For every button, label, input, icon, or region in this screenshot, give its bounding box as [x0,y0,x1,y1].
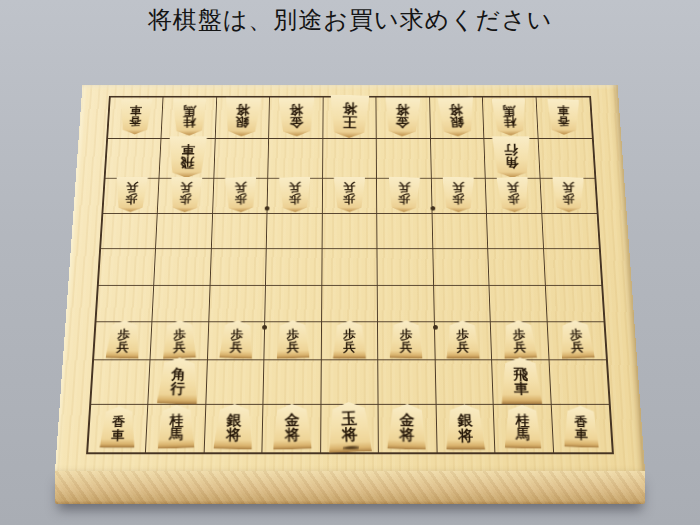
board-cell [155,249,212,285]
board-cell: 歩兵 [540,179,597,214]
board-cell [322,214,377,250]
board-cell [99,249,157,285]
piece-sente-pawn: 歩兵 [163,320,196,359]
board-cell [377,139,432,179]
board-cell [101,214,158,250]
board-cell: 銀将 [216,98,271,139]
star-point [433,325,438,330]
piece-gote-pawn: 歩兵 [443,176,475,212]
board-cell: 歩兵 [431,179,487,214]
piece-kanji: 歩兵 [388,176,420,212]
piece-sente-silver: 銀将 [213,404,254,450]
board-cell: 飛車 [160,139,216,179]
piece-kanji: 歩兵 [163,320,196,359]
board-cell: 金将 [379,405,438,452]
board-cell [433,249,490,285]
board-cell [153,286,211,323]
piece-sente-pawn: 歩兵 [502,320,538,359]
board-cell: 歩兵 [323,179,378,214]
piece-kanji: 歩兵 [446,321,480,359]
piece-kanji: 歩兵 [496,176,530,212]
board-cell [323,139,377,179]
piece-kanji: 香車 [564,406,600,449]
piece-sente-gold: 金将 [272,404,311,451]
piece-kanji: 歩兵 [114,177,148,212]
board-cell: 香車 [551,405,612,452]
board-cell [106,139,162,179]
board-surface: 香車桂馬銀将金将王将金将銀将桂馬香車飛車角行歩兵歩兵歩兵歩兵歩兵歩兵歩兵歩兵歩兵… [55,85,645,471]
piece-kanji: 銀将 [223,97,261,137]
piece-gote-pawn: 歩兵 [224,176,256,212]
board-cell: 角行 [149,360,208,405]
piece-gote-gold: 金将 [278,97,314,137]
board-cell: 香車 [536,98,592,139]
board-cell [545,286,603,323]
board-cell: 香車 [108,98,164,139]
board-cell [377,214,433,250]
piece-kanji: 香車 [547,98,580,134]
piece-sente-gold: 金将 [388,404,427,451]
piece-kanji: 歩兵 [552,176,585,212]
board-cell: 王将 [323,98,377,139]
piece-sente-pawn: 歩兵 [558,320,595,359]
photo-background: 将棋盤は、別途お買い求めください 香車桂馬銀将金将王将金将銀将桂馬香車飛車角行歩… [0,0,700,525]
piece-sente-knight: 桂馬 [504,405,542,449]
board-cell [488,249,545,285]
board-cell [432,214,488,250]
board-cell [264,360,322,405]
board-cell [321,360,379,405]
piece-kanji: 歩兵 [219,320,254,359]
piece-sente-pawn: 歩兵 [219,320,254,359]
board-grid: 香車桂馬銀将金将王将金将銀将桂馬香車飛車角行歩兵歩兵歩兵歩兵歩兵歩兵歩兵歩兵歩兵… [86,96,614,454]
board-cell: 玉将 [321,405,379,452]
piece-kanji: 歩兵 [276,320,309,359]
board-cell: 桂馬 [494,405,554,452]
board-cell: 角行 [484,139,540,179]
board-cell [549,360,609,405]
piece-gote-lance: 香車 [547,98,580,134]
piece-kanji: 金将 [272,404,311,451]
board-cell [210,249,267,285]
piece-sente-lance: 香車 [564,406,600,449]
piece-kanji: 桂馬 [172,98,206,136]
board-cell: 歩兵 [208,323,266,361]
board-cell [265,286,322,323]
board-cell: 歩兵 [213,179,269,214]
piece-gote-lance: 香車 [119,99,153,135]
board-cell [266,249,322,285]
board-grid-area: 香車桂馬銀将金将王将金将銀将桂馬香車飛車角行歩兵歩兵歩兵歩兵歩兵歩兵歩兵歩兵歩兵… [86,96,614,454]
board-cell: 香車 [88,405,149,452]
piece-kanji: 歩兵 [224,176,256,212]
piece-sente-pawn: 歩兵 [446,321,480,359]
maker-signature-mark [342,445,359,451]
board-cell [544,249,602,285]
piece-kanji: 歩兵 [443,176,475,212]
board-cell: 歩兵 [265,323,322,361]
piece-sente-rook: 飛車 [500,357,542,403]
board-cell: 歩兵 [491,323,549,361]
piece-kanji: 飛車 [168,136,208,177]
piece-sente-pawn: 歩兵 [333,321,366,359]
piece-kanji: 金将 [385,97,421,137]
piece-gote-knight: 桂馬 [172,98,206,136]
shogi-board: 香車桂馬銀将金将王将金将銀将桂馬香車飛車角行歩兵歩兵歩兵歩兵歩兵歩兵歩兵歩兵歩兵… [55,41,645,504]
board-cell: 銀将 [205,405,264,452]
board-cell [378,360,436,405]
board-cell [322,286,378,323]
piece-kanji: 角行 [156,357,199,404]
board-cell [378,249,434,285]
piece-kanji: 歩兵 [558,320,595,359]
piece-gote-silver: 銀将 [223,97,261,137]
board-cell: 歩兵 [158,179,214,214]
piece-gote-pawn: 歩兵 [169,176,203,212]
board-cell: 歩兵 [322,323,379,361]
board-cell: 銀将 [436,405,495,452]
board-cell: 金将 [263,405,322,452]
board-cell: 歩兵 [435,323,493,361]
board-cell [206,360,264,405]
piece-gote-pawn: 歩兵 [279,176,311,212]
piece-kanji: 銀将 [437,96,475,136]
board-cell: 桂馬 [162,98,217,139]
piece-kanji: 桂馬 [492,98,529,136]
piece-kanji: 歩兵 [502,320,538,359]
board-cell: 金将 [269,98,323,139]
piece-kanji: 銀将 [213,404,254,450]
board-cell [431,139,486,179]
board-cell [490,286,548,323]
board-cell: 歩兵 [486,179,542,214]
piece-sente-bishop: 角行 [156,357,199,404]
board-cell [487,214,544,250]
board-cell [435,360,493,405]
piece-kanji: 王将 [329,95,369,139]
board-cell [156,214,213,250]
board-cell: 歩兵 [547,323,606,361]
piece-kanji: 飛車 [500,357,542,403]
board-cell: 歩兵 [103,179,160,214]
board-cell: 桂馬 [483,98,538,139]
piece-gote-pawn: 歩兵 [334,177,366,212]
piece-kanji: 香車 [100,406,137,448]
piece-gote-knight: 桂馬 [492,98,529,136]
board-front-edge [55,471,645,504]
piece-kanji: 桂馬 [157,405,194,450]
piece-kanji: 銀将 [445,404,485,450]
piece-kanji: 金将 [388,404,427,451]
board-cell [267,214,323,250]
piece-kanji: 歩兵 [279,176,311,212]
piece-kanji: 歩兵 [389,320,422,359]
piece-kanji: 歩兵 [169,176,203,212]
board-cell [269,139,324,179]
star-point [430,206,435,210]
piece-gote-silver: 銀将 [437,96,475,136]
board-cell [542,214,599,250]
board-cell: 歩兵 [268,179,323,214]
piece-gote-rook: 飛車 [168,136,208,177]
board-cell: 歩兵 [378,323,435,361]
board-cell [209,286,266,323]
board-cell [96,286,154,323]
board-cell [322,249,378,285]
piece-gote-king-gote: 王将 [329,95,369,139]
piece-gote-bishop: 角行 [492,136,532,177]
piece-sente-king-sente: 玉将 [327,401,372,453]
board-cell: 銀将 [430,98,485,139]
caption-text: 将棋盤は、別途お買い求めください [0,0,700,36]
piece-sente-lance: 香車 [100,406,137,448]
board-cell: 金将 [377,98,431,139]
piece-sente-knight: 桂馬 [157,405,194,450]
board-cell [538,139,594,179]
piece-kanji: 歩兵 [333,321,366,359]
board-cell [91,360,151,405]
board-cell: 歩兵 [151,323,209,361]
board-cell [378,286,435,323]
piece-sente-pawn: 歩兵 [389,320,422,359]
piece-kanji: 歩兵 [334,177,366,212]
board-cell [214,139,269,179]
piece-sente-pawn: 歩兵 [105,320,141,359]
board-cell: 歩兵 [377,179,432,214]
board-cell: 歩兵 [94,323,153,361]
board-perspective-wrapper: 香車桂馬銀将金将王将金将銀将桂馬香車飛車角行歩兵歩兵歩兵歩兵歩兵歩兵歩兵歩兵歩兵… [55,85,645,471]
piece-gote-pawn: 歩兵 [114,177,148,212]
board-cell: 飛車 [492,360,551,405]
piece-kanji: 歩兵 [105,320,141,359]
board-cell [212,214,268,250]
piece-sente-silver: 銀将 [445,404,485,450]
board-cell: 桂馬 [146,405,206,452]
piece-kanji: 桂馬 [504,405,542,449]
piece-gote-pawn: 歩兵 [388,176,420,212]
piece-sente-pawn: 歩兵 [276,320,309,359]
piece-kanji: 金将 [278,97,314,137]
piece-gote-pawn: 歩兵 [496,176,530,212]
piece-kanji: 角行 [492,136,532,177]
piece-gote-gold: 金将 [385,97,421,137]
piece-kanji: 香車 [119,99,153,135]
board-cell [434,286,491,323]
piece-gote-pawn: 歩兵 [552,176,585,212]
